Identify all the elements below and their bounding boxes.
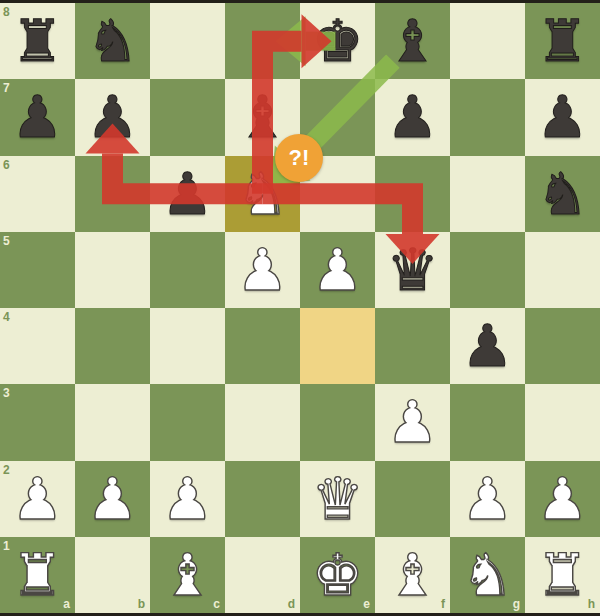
coord-file-d: d: [288, 597, 295, 611]
piece-white-P-a2[interactable]: ♟: [0, 461, 75, 537]
square-d5[interactable]: ♟: [225, 232, 300, 308]
piece-white-P-g2[interactable]: ♟: [450, 461, 525, 537]
square-b5[interactable]: [75, 232, 150, 308]
piece-white-P-b2[interactable]: ♟: [75, 461, 150, 537]
square-e2[interactable]: ♛: [300, 461, 375, 537]
square-g7[interactable]: [450, 79, 525, 155]
square-g8[interactable]: [450, 3, 525, 79]
square-b8[interactable]: ♞: [75, 3, 150, 79]
square-f2[interactable]: [375, 461, 450, 537]
square-h8[interactable]: ♜: [525, 3, 600, 79]
square-c3[interactable]: [150, 384, 225, 460]
piece-white-Q-e2[interactable]: ♛: [300, 461, 375, 537]
chess-board[interactable]: 8♜♞♚♝♜7♟♟♝♟♟6♟♞♞5♟♟♛4♟3♟2♟♟♟♛♟♟1a♜bc♝de♚…: [0, 3, 600, 613]
piece-black-R-a8[interactable]: ♜: [0, 3, 75, 79]
square-e1[interactable]: e♚: [300, 537, 375, 613]
coord-rank-2: 2: [3, 463, 10, 477]
square-c7[interactable]: [150, 79, 225, 155]
piece-black-P-b7[interactable]: ♟: [75, 79, 150, 155]
square-c8[interactable]: [150, 3, 225, 79]
square-a2[interactable]: 2♟: [0, 461, 75, 537]
move-classification-text: ?!: [289, 145, 310, 171]
piece-black-P-g4[interactable]: ♟: [450, 308, 525, 384]
coord-rank-8: 8: [3, 5, 10, 19]
piece-black-Q-f5[interactable]: ♛: [375, 232, 450, 308]
square-b2[interactable]: ♟: [75, 461, 150, 537]
square-e3[interactable]: [300, 384, 375, 460]
coord-rank-4: 4: [3, 310, 10, 324]
square-e5[interactable]: ♟: [300, 232, 375, 308]
coord-file-b: b: [138, 597, 145, 611]
piece-black-P-c6[interactable]: ♟: [150, 156, 225, 232]
square-a1[interactable]: 1a♜: [0, 537, 75, 613]
square-f6[interactable]: [375, 156, 450, 232]
square-h1[interactable]: h♜: [525, 537, 600, 613]
square-h2[interactable]: ♟: [525, 461, 600, 537]
coord-rank-7: 7: [3, 81, 10, 95]
square-c4[interactable]: [150, 308, 225, 384]
piece-black-R-h8[interactable]: ♜: [525, 3, 600, 79]
coord-file-e: e: [363, 597, 370, 611]
square-h7[interactable]: ♟: [525, 79, 600, 155]
piece-black-N-h6[interactable]: ♞: [525, 156, 600, 232]
square-g4[interactable]: ♟: [450, 308, 525, 384]
coord-rank-5: 5: [3, 234, 10, 248]
square-a3[interactable]: 3: [0, 384, 75, 460]
square-b7[interactable]: ♟: [75, 79, 150, 155]
square-b1[interactable]: b: [75, 537, 150, 613]
square-g2[interactable]: ♟: [450, 461, 525, 537]
board-stage: 8♜♞♚♝♜7♟♟♝♟♟6♟♞♞5♟♟♛4♟3♟2♟♟♟♛♟♟1a♜bc♝de♚…: [0, 0, 600, 616]
square-a7[interactable]: 7♟: [0, 79, 75, 155]
square-a5[interactable]: 5: [0, 232, 75, 308]
piece-black-N-b8[interactable]: ♞: [75, 3, 150, 79]
square-g6[interactable]: [450, 156, 525, 232]
coord-rank-1: 1: [3, 539, 10, 553]
square-f1[interactable]: f♝: [375, 537, 450, 613]
coord-file-a: a: [63, 597, 70, 611]
square-c1[interactable]: c♝: [150, 537, 225, 613]
square-f3[interactable]: ♟: [375, 384, 450, 460]
square-f7[interactable]: ♟: [375, 79, 450, 155]
piece-black-P-a7[interactable]: ♟: [0, 79, 75, 155]
piece-black-K-e8[interactable]: ♚: [300, 3, 375, 79]
square-f8[interactable]: ♝: [375, 3, 450, 79]
square-g3[interactable]: [450, 384, 525, 460]
square-g1[interactable]: g♞: [450, 537, 525, 613]
square-c2[interactable]: ♟: [150, 461, 225, 537]
square-e4[interactable]: [300, 308, 375, 384]
square-d3[interactable]: [225, 384, 300, 460]
piece-white-P-f3[interactable]: ♟: [375, 384, 450, 460]
square-e8[interactable]: ♚: [300, 3, 375, 79]
coord-file-f: f: [441, 597, 445, 611]
piece-black-P-h7[interactable]: ♟: [525, 79, 600, 155]
square-d2[interactable]: [225, 461, 300, 537]
square-a8[interactable]: 8♜: [0, 3, 75, 79]
square-d1[interactable]: d: [225, 537, 300, 613]
piece-white-P-d5[interactable]: ♟: [225, 232, 300, 308]
square-h3[interactable]: [525, 384, 600, 460]
piece-black-P-f7[interactable]: ♟: [375, 79, 450, 155]
square-h4[interactable]: [525, 308, 600, 384]
square-b6[interactable]: [75, 156, 150, 232]
square-d4[interactable]: [225, 308, 300, 384]
piece-white-P-h2[interactable]: ♟: [525, 461, 600, 537]
piece-black-B-f8[interactable]: ♝: [375, 3, 450, 79]
square-d8[interactable]: [225, 3, 300, 79]
square-b4[interactable]: [75, 308, 150, 384]
coord-rank-3: 3: [3, 386, 10, 400]
piece-white-P-e5[interactable]: ♟: [300, 232, 375, 308]
coord-file-c: c: [213, 597, 220, 611]
piece-white-B-f1[interactable]: ♝: [375, 537, 450, 613]
square-a6[interactable]: 6: [0, 156, 75, 232]
square-g5[interactable]: [450, 232, 525, 308]
square-c6[interactable]: ♟: [150, 156, 225, 232]
square-h6[interactable]: ♞: [525, 156, 600, 232]
square-b3[interactable]: [75, 384, 150, 460]
square-h5[interactable]: [525, 232, 600, 308]
coord-rank-6: 6: [3, 158, 10, 172]
square-c5[interactable]: [150, 232, 225, 308]
coord-file-g: g: [513, 597, 520, 611]
square-f4[interactable]: [375, 308, 450, 384]
coord-file-h: h: [588, 597, 595, 611]
piece-white-P-c2[interactable]: ♟: [150, 461, 225, 537]
square-f5[interactable]: ♛: [375, 232, 450, 308]
move-classification-badge: ?!: [275, 134, 323, 182]
square-a4[interactable]: 4: [0, 308, 75, 384]
